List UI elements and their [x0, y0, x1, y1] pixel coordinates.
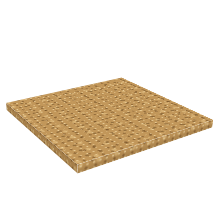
chess-board [7, 84, 213, 174]
board-top-surface [6, 77, 213, 164]
product-photo-background [0, 0, 220, 220]
